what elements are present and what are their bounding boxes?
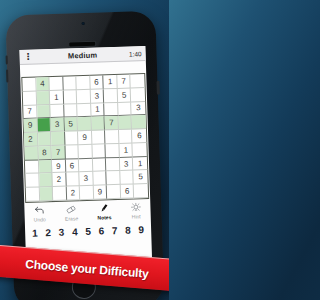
sudoku-cell-r3c4[interactable] <box>64 104 78 118</box>
sudoku-cell-r9c4[interactable]: 2 <box>66 186 80 200</box>
sudoku-cell-r6c5[interactable] <box>79 145 93 159</box>
sudoku-cell-r2c1[interactable] <box>23 91 37 105</box>
sudoku-cell-r1c7[interactable]: 1 <box>104 75 118 89</box>
app-screen: Medium 1:40 4617135713935729687196312352… <box>19 46 152 278</box>
sudoku-cell-r4c2[interactable] <box>37 118 51 132</box>
sudoku-cell-r1c1[interactable] <box>22 77 36 91</box>
numpad-3[interactable]: 3 <box>59 227 65 238</box>
undo-label: Undo <box>34 216 46 222</box>
number-pad: 123456789 <box>25 224 151 239</box>
erase-label: Erase <box>65 215 78 221</box>
sudoku-cell-r8c6[interactable] <box>93 172 107 186</box>
sudoku-cell-r9c8[interactable]: 6 <box>121 185 135 199</box>
sudoku-cell-r7c7[interactable] <box>106 158 120 172</box>
sudoku-cell-r7c6[interactable] <box>93 158 107 172</box>
sudoku-cell-r8c1[interactable] <box>25 174 39 188</box>
numpad-5[interactable]: 5 <box>85 226 91 237</box>
sudoku-cell-r4c3[interactable]: 3 <box>51 118 65 132</box>
sudoku-cell-r5c5[interactable]: 9 <box>78 131 92 145</box>
toolbar: Undo Erase Notes <box>24 202 150 223</box>
sudoku-cell-r2c2[interactable] <box>36 91 50 105</box>
sudoku-cell-r9c7[interactable] <box>107 185 121 199</box>
sudoku-cell-r2c7[interactable] <box>104 89 118 103</box>
sudoku-cell-r6c7[interactable] <box>106 144 120 158</box>
sudoku-cell-r1c5[interactable] <box>76 76 90 90</box>
sudoku-cell-r3c5[interactable] <box>77 103 91 117</box>
sudoku-cell-r9c3[interactable] <box>53 187 67 201</box>
sudoku-cell-r3c2[interactable] <box>37 105 51 119</box>
sudoku-cell-r5c4[interactable] <box>65 131 79 145</box>
sudoku-cell-r8c4[interactable] <box>66 173 80 187</box>
hint-label: Hint <box>132 213 141 219</box>
difficulty-title: Medium <box>20 49 146 62</box>
sudoku-cell-r4c6[interactable] <box>91 117 105 131</box>
sudoku-cell-r2c9[interactable] <box>131 88 145 102</box>
sudoku-cell-r2c5[interactable] <box>77 90 91 104</box>
sudoku-cell-r3c9[interactable]: 3 <box>132 102 146 116</box>
hint-button[interactable]: Hint <box>130 202 142 219</box>
sudoku-board: 461713571393572968719631235296 <box>21 73 149 203</box>
sudoku-cell-r2c3[interactable]: 1 <box>50 90 64 104</box>
sudoku-cell-r3c6[interactable]: 1 <box>91 103 105 117</box>
lightbulb-icon <box>130 202 141 212</box>
sudoku-cell-r7c8[interactable]: 3 <box>120 157 134 171</box>
sudoku-cell-r1c8[interactable]: 7 <box>117 75 131 89</box>
sudoku-cell-r6c4[interactable] <box>65 145 79 159</box>
sudoku-cell-r7c1[interactable] <box>25 160 39 174</box>
camera-dot <box>82 22 85 25</box>
app-header: Medium 1:40 <box>19 46 145 65</box>
undo-button[interactable]: Undo <box>33 205 45 222</box>
sudoku-cell-r5c2[interactable] <box>38 132 52 146</box>
sudoku-cell-r7c4[interactable]: 6 <box>66 159 80 173</box>
sudoku-cell-r9c5[interactable] <box>80 186 94 200</box>
sudoku-cell-r6c6[interactable] <box>92 144 106 158</box>
sudoku-cell-r5c3[interactable] <box>51 132 65 146</box>
sudoku-cell-r2c8[interactable]: 5 <box>118 88 132 102</box>
sudoku-cell-r2c4[interactable] <box>63 90 77 104</box>
volume-down-button <box>6 69 9 82</box>
sudoku-cell-r8c3[interactable]: 2 <box>52 173 66 187</box>
speaker-grille <box>68 41 96 48</box>
game-timer: 1:40 <box>129 50 142 57</box>
sudoku-cell-r6c1[interactable] <box>24 146 38 160</box>
notes-button[interactable]: Notes <box>97 203 111 220</box>
sudoku-cell-r4c8[interactable] <box>118 116 132 130</box>
promo-banner-text: Choose your Difficulty <box>25 257 149 281</box>
sudoku-cell-r4c9[interactable] <box>132 115 146 129</box>
sudoku-cell-r8c8[interactable] <box>120 171 134 185</box>
sudoku-cell-r6c3[interactable]: 7 <box>52 145 66 159</box>
power-button <box>156 81 159 95</box>
sudoku-cell-r5c6[interactable] <box>92 130 106 144</box>
sudoku-cell-r9c2[interactable] <box>39 187 53 201</box>
eraser-icon <box>66 204 77 214</box>
numpad-7[interactable]: 7 <box>112 225 118 236</box>
numpad-8[interactable]: 8 <box>125 225 131 236</box>
pencil-icon <box>98 203 109 213</box>
sudoku-cell-r1c9[interactable] <box>131 74 145 88</box>
sudoku-cell-r5c8[interactable] <box>119 130 133 144</box>
sudoku-cell-r8c7[interactable] <box>107 171 121 185</box>
sudoku-cell-r5c7[interactable] <box>105 130 119 144</box>
numpad-9[interactable]: 9 <box>138 224 144 235</box>
sudoku-cell-r7c2[interactable] <box>38 160 52 174</box>
sudoku-cell-r3c1[interactable]: 7 <box>23 105 37 119</box>
sudoku-cell-r2c6[interactable]: 3 <box>90 89 104 103</box>
sudoku-cell-r1c3[interactable] <box>49 77 63 91</box>
erase-button[interactable]: Erase <box>65 204 79 221</box>
numpad-1[interactable]: 1 <box>32 228 38 239</box>
sudoku-cell-r4c7[interactable]: 7 <box>105 116 119 130</box>
sudoku-cell-r8c5[interactable]: 3 <box>80 172 94 186</box>
volume-up-button <box>5 55 8 64</box>
sudoku-cell-r3c7[interactable] <box>104 102 118 116</box>
sudoku-cell-r6c2[interactable]: 8 <box>38 146 52 160</box>
sudoku-cell-r5c1[interactable]: 2 <box>24 133 38 147</box>
sudoku-cell-r3c8[interactable] <box>118 102 132 116</box>
sudoku-cell-r8c9[interactable]: 5 <box>134 170 148 184</box>
sudoku-cell-r1c2[interactable]: 4 <box>36 77 50 91</box>
sudoku-cell-r4c5[interactable] <box>78 117 92 131</box>
sudoku-cell-r8c2[interactable] <box>39 173 53 187</box>
sudoku-cell-r9c6[interactable]: 9 <box>93 186 107 200</box>
sudoku-cell-r4c1[interactable]: 9 <box>24 119 38 133</box>
sudoku-cell-r7c9[interactable]: 1 <box>133 157 147 171</box>
notes-label: Notes <box>97 214 111 220</box>
sudoku-cell-r7c5[interactable] <box>79 158 93 172</box>
sudoku-cell-r1c6[interactable]: 6 <box>90 75 104 89</box>
numpad-2[interactable]: 2 <box>45 227 51 238</box>
sudoku-cell-r9c1[interactable] <box>26 188 40 202</box>
sudoku-cell-r6c8[interactable]: 1 <box>119 143 133 157</box>
sudoku-cell-r3c3[interactable] <box>50 104 64 118</box>
sudoku-cell-r9c9[interactable] <box>134 184 148 198</box>
numpad-6[interactable]: 6 <box>98 225 104 236</box>
sudoku-cell-r6c9[interactable] <box>133 143 147 157</box>
sudoku-cell-r1c4[interactable] <box>63 76 77 90</box>
sudoku-cell-r5c9[interactable]: 6 <box>132 129 146 143</box>
undo-arrow-icon <box>34 205 45 215</box>
numpad-4[interactable]: 4 <box>72 226 78 237</box>
sudoku-cell-r7c3[interactable]: 9 <box>52 159 66 173</box>
sudoku-cell-r4c4[interactable]: 5 <box>64 118 78 132</box>
